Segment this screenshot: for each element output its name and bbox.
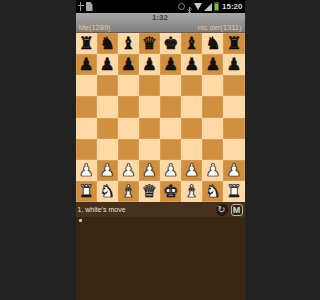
square-a1[interactable]: ♜ — [76, 181, 97, 202]
square-d2[interactable]: ♟ — [139, 160, 160, 181]
rotate-board-button[interactable]: ↻ — [216, 204, 228, 216]
status-bar: 15:20 — [76, 0, 245, 13]
white-pawn[interactable]: ♟ — [142, 161, 157, 178]
move-list-bullet — [79, 219, 82, 222]
white-bishop[interactable]: ♝ — [121, 182, 136, 199]
square-h8[interactable]: ♜ — [223, 33, 244, 54]
square-d4[interactable] — [139, 118, 160, 139]
square-b4[interactable] — [97, 118, 118, 139]
square-a8[interactable]: ♜ — [76, 33, 97, 54]
usb-icon — [78, 2, 84, 11]
app-window: 15:20 1:32 Me(1289) nic der(1311) ♜♞♝♛♚♝… — [76, 0, 245, 300]
black-pawn[interactable]: ♟ — [226, 56, 241, 73]
square-d1[interactable]: ♛ — [139, 181, 160, 202]
square-h5[interactable] — [223, 96, 244, 117]
square-g3[interactable] — [202, 139, 223, 160]
move-list-area — [76, 217, 245, 300]
square-e3[interactable] — [160, 139, 181, 160]
status-icons-right: 15:20 — [178, 2, 242, 11]
square-d8[interactable]: ♛ — [139, 33, 160, 54]
square-h1[interactable]: ♜ — [223, 181, 244, 202]
white-rook[interactable]: ♜ — [226, 182, 241, 199]
square-f6[interactable] — [181, 75, 202, 96]
square-b7[interactable]: ♟ — [97, 54, 118, 75]
square-h4[interactable] — [223, 118, 244, 139]
square-g2[interactable]: ♟ — [202, 160, 223, 181]
white-pawn[interactable]: ♟ — [226, 161, 241, 178]
black-pawn[interactable]: ♟ — [205, 56, 220, 73]
square-h7[interactable]: ♟ — [223, 54, 244, 75]
black-bishop[interactable]: ♝ — [121, 35, 136, 52]
white-pawn[interactable]: ♟ — [163, 161, 178, 178]
move-status-label: 1. white's move — [78, 206, 216, 213]
square-h2[interactable]: ♟ — [223, 160, 244, 181]
square-e2[interactable]: ♟ — [160, 160, 181, 181]
square-a6[interactable] — [76, 75, 97, 96]
white-pawn[interactable]: ♟ — [184, 161, 199, 178]
square-g7[interactable]: ♟ — [202, 54, 223, 75]
white-bishop[interactable]: ♝ — [184, 182, 199, 199]
status-icons-left — [78, 2, 93, 11]
square-a7[interactable]: ♟ — [76, 54, 97, 75]
chess-board[interactable]: ♜♞♝♛♚♝♞♜♟♟♟♟♟♟♟♟♟♟♟♟♟♟♟♟♜♞♝♛♚♝♞♜ — [76, 33, 245, 202]
black-pawn[interactable]: ♟ — [78, 56, 93, 73]
status-time: 15:20 — [221, 2, 242, 11]
player-names-row: Me(1289) nic der(1311) — [76, 23, 245, 32]
square-d5[interactable] — [139, 96, 160, 117]
white-queen[interactable]: ♛ — [142, 182, 157, 199]
white-pawn[interactable]: ♟ — [78, 161, 93, 178]
black-rook[interactable]: ♜ — [78, 35, 93, 52]
square-a3[interactable] — [76, 139, 97, 160]
square-d3[interactable] — [139, 139, 160, 160]
square-g4[interactable] — [202, 118, 223, 139]
alarm-icon — [178, 3, 185, 10]
black-bishop[interactable]: ♝ — [184, 35, 199, 52]
white-rook[interactable]: ♜ — [78, 182, 93, 199]
square-f7[interactable]: ♟ — [181, 54, 202, 75]
storage-icon — [86, 2, 93, 11]
square-f5[interactable] — [181, 96, 202, 117]
square-b3[interactable] — [97, 139, 118, 160]
square-e4[interactable] — [160, 118, 181, 139]
square-d6[interactable] — [139, 75, 160, 96]
black-knight[interactable]: ♞ — [100, 35, 115, 52]
square-f4[interactable] — [181, 118, 202, 139]
square-b2[interactable]: ♟ — [97, 160, 118, 181]
square-e1[interactable]: ♚ — [160, 181, 181, 202]
game-clock: 1:32 — [76, 13, 245, 22]
square-b5[interactable] — [97, 96, 118, 117]
square-b1[interactable]: ♞ — [97, 181, 118, 202]
square-g5[interactable] — [202, 96, 223, 117]
black-rook[interactable]: ♜ — [226, 35, 241, 52]
white-pawn[interactable]: ♟ — [100, 161, 115, 178]
square-c2[interactable]: ♟ — [118, 160, 139, 181]
signal-icon — [204, 3, 212, 11]
battery-icon — [214, 2, 219, 11]
square-c8[interactable]: ♝ — [118, 33, 139, 54]
square-f3[interactable] — [181, 139, 202, 160]
data-usage-icon — [194, 3, 202, 10]
white-player-label: Me(1289) — [79, 23, 111, 32]
black-queen[interactable]: ♛ — [142, 35, 157, 52]
black-knight[interactable]: ♞ — [205, 35, 220, 52]
black-pawn[interactable]: ♟ — [100, 56, 115, 73]
square-g8[interactable]: ♞ — [202, 33, 223, 54]
square-c5[interactable] — [118, 96, 139, 117]
square-g1[interactable]: ♞ — [202, 181, 223, 202]
white-pawn[interactable]: ♟ — [205, 161, 220, 178]
square-c6[interactable] — [118, 75, 139, 96]
black-pawn[interactable]: ♟ — [142, 56, 157, 73]
square-b8[interactable]: ♞ — [97, 33, 118, 54]
white-knight[interactable]: ♞ — [100, 182, 115, 199]
white-pawn[interactable]: ♟ — [121, 161, 136, 178]
square-f1[interactable]: ♝ — [181, 181, 202, 202]
square-a5[interactable] — [76, 96, 97, 117]
square-f2[interactable]: ♟ — [181, 160, 202, 181]
square-a2[interactable]: ♟ — [76, 160, 97, 181]
square-e6[interactable] — [160, 75, 181, 96]
square-b6[interactable] — [97, 75, 118, 96]
square-e7[interactable]: ♟ — [160, 54, 181, 75]
square-c7[interactable]: ♟ — [118, 54, 139, 75]
square-e5[interactable] — [160, 96, 181, 117]
square-d7[interactable]: ♟ — [139, 54, 160, 75]
black-pawn[interactable]: ♟ — [184, 56, 199, 73]
square-g6[interactable] — [202, 75, 223, 96]
black-player-label: nic der(1311) — [198, 23, 242, 32]
white-knight[interactable]: ♞ — [205, 182, 220, 199]
menu-button[interactable]: M — [231, 204, 243, 216]
square-c1[interactable]: ♝ — [118, 181, 139, 202]
black-pawn[interactable]: ♟ — [121, 56, 136, 73]
square-e8[interactable]: ♚ — [160, 33, 181, 54]
square-c3[interactable] — [118, 139, 139, 160]
square-f8[interactable]: ♝ — [181, 33, 202, 54]
square-h3[interactable] — [223, 139, 244, 160]
square-a4[interactable] — [76, 118, 97, 139]
bluetooth-icon — [187, 2, 192, 11]
black-pawn[interactable]: ♟ — [163, 56, 178, 73]
square-h6[interactable] — [223, 75, 244, 96]
game-info-bar: 1:32 Me(1289) nic der(1311) — [76, 13, 245, 33]
square-c4[interactable] — [118, 118, 139, 139]
move-status-bar: 1. white's move ↻ M — [76, 202, 245, 217]
white-king[interactable]: ♚ — [163, 182, 178, 199]
black-king[interactable]: ♚ — [163, 35, 178, 52]
